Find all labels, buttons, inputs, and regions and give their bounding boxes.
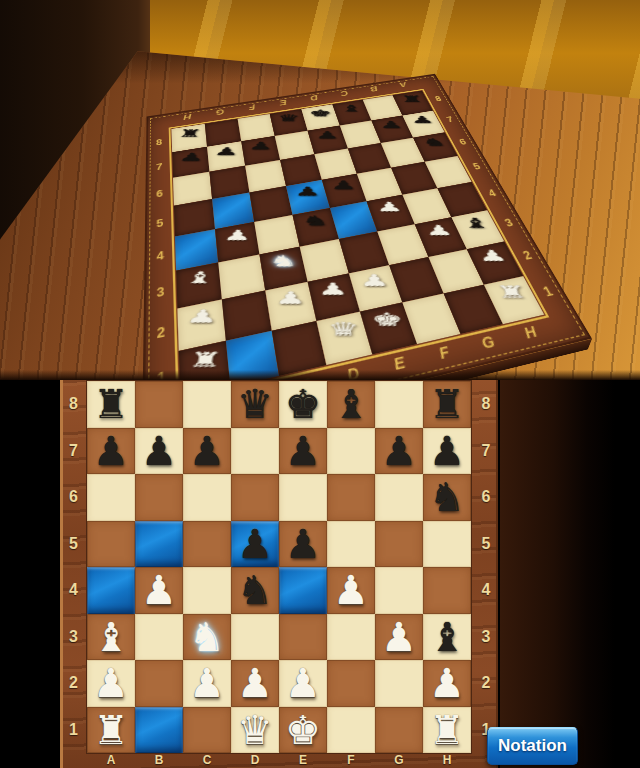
square-f3[interactable] — [327, 614, 375, 661]
square-b1[interactable] — [135, 707, 183, 754]
square-h5[interactable] — [423, 521, 471, 568]
piece-white-rook-a1[interactable]: ♜ — [87, 707, 135, 754]
square-c7[interactable]: ♟ — [183, 428, 231, 475]
square-c8[interactable] — [183, 381, 231, 428]
square-a7[interactable]: ♟ — [87, 428, 135, 475]
square-g3[interactable]: ♟ — [375, 614, 423, 661]
square-f2[interactable] — [327, 660, 375, 707]
square-d7[interactable] — [231, 428, 279, 475]
rank-labels-left: 87654321 — [63, 381, 84, 753]
piece-white-knight-c3: ♞ — [262, 252, 305, 272]
square-b3[interactable] — [135, 614, 183, 661]
square-f5[interactable] — [327, 521, 375, 568]
square-e6[interactable] — [279, 474, 327, 521]
piece-white-king-e1[interactable]: ♚ — [279, 707, 327, 754]
square-c3[interactable]: ♞ — [183, 614, 231, 661]
square-c3: ♞ — [259, 247, 307, 291]
square-a3: ♝ — [176, 262, 222, 308]
file-label-f: F — [327, 753, 375, 767]
piece-black-pawn-g7[interactable]: ♟ — [375, 428, 423, 475]
file-label-h: H — [423, 753, 471, 767]
square-a1[interactable]: ♜ — [87, 707, 135, 754]
piece-black-pawn-e5[interactable]: ♟ — [279, 521, 327, 568]
rank-label-4: 4 — [63, 567, 84, 614]
square-h6[interactable]: ♞ — [423, 474, 471, 521]
piece-white-queen-d1[interactable]: ♛ — [231, 707, 279, 754]
square-c2[interactable]: ♟ — [183, 660, 231, 707]
piece-black-rook-h8[interactable]: ♜ — [423, 381, 471, 428]
piece-white-bishop-a3: ♝ — [176, 268, 222, 288]
piece-white-pawn-f4: ♟ — [370, 199, 410, 215]
square-b4[interactable]: ♟ — [135, 567, 183, 614]
file-label-b: B — [135, 753, 183, 767]
square-g1[interactable] — [375, 707, 423, 754]
square-d2[interactable]: ♟ — [231, 660, 279, 707]
piece-black-knight-h6[interactable]: ♞ — [423, 474, 471, 521]
chess-board-2d[interactable]: ♜♛♚♝♜♟♟♟♟♟♟♞♟♟♟♞♟♝♞♟♝♟♟♟♟♟♜♛♚♜ — [87, 381, 471, 753]
square-h3[interactable]: ♝ — [423, 614, 471, 661]
rank-label-7: 7 — [63, 428, 84, 475]
rank-label-8: 8 — [63, 381, 84, 428]
square-h1[interactable]: ♜ — [423, 707, 471, 754]
square-a4 — [175, 229, 218, 270]
square-e4[interactable] — [279, 567, 327, 614]
square-h4[interactable] — [423, 567, 471, 614]
square-f8[interactable]: ♝ — [327, 381, 375, 428]
rank-label-3d-3: 3 — [145, 271, 176, 315]
square-b6[interactable] — [135, 474, 183, 521]
square-b8[interactable] — [135, 381, 183, 428]
piece-black-pawn-e7[interactable]: ♟ — [279, 428, 327, 475]
square-g7[interactable]: ♟ — [375, 428, 423, 475]
piece-white-pawn-d2[interactable]: ♟ — [231, 660, 279, 707]
square-a2[interactable]: ♟ — [87, 660, 135, 707]
rank-label-6: 6 — [63, 474, 84, 521]
piece-black-pawn-b7[interactable]: ♟ — [135, 428, 183, 475]
piece-white-bishop-a3[interactable]: ♝ — [87, 614, 135, 661]
rank-label-3: 3 — [471, 614, 501, 661]
file-label-c: C — [183, 753, 231, 767]
rank-label-2: 2 — [63, 660, 84, 707]
piece-black-queen-d8[interactable]: ♛ — [231, 381, 279, 428]
square-a6[interactable] — [87, 474, 135, 521]
piece-white-rook-h1[interactable]: ♜ — [423, 707, 471, 754]
square-a3[interactable]: ♝ — [87, 614, 135, 661]
square-e8[interactable]: ♚ — [279, 381, 327, 428]
notation-button[interactable]: Notation — [487, 727, 578, 765]
piece-white-pawn-g3: ♟ — [418, 222, 460, 240]
square-f6[interactable] — [327, 474, 375, 521]
square-a5[interactable] — [87, 521, 135, 568]
table-front-edge-shadow — [0, 370, 640, 380]
file-label-g: G — [375, 753, 423, 767]
square-e1[interactable]: ♚ — [279, 707, 327, 754]
piece-white-pawn-g3[interactable]: ♟ — [375, 614, 423, 661]
square-d3[interactable] — [231, 614, 279, 661]
square-b2[interactable] — [135, 660, 183, 707]
square-f4[interactable]: ♟ — [327, 567, 375, 614]
square-e3[interactable] — [279, 614, 327, 661]
piece-white-pawn-a2[interactable]: ♟ — [87, 660, 135, 707]
file-label-e: E — [279, 753, 327, 767]
rank-label-7: 7 — [471, 428, 501, 475]
piece-white-pawn-f4[interactable]: ♟ — [327, 567, 375, 614]
rank-label-5: 5 — [63, 521, 84, 568]
board-2d-frame: 87654321 87654321 ABCDEFGH ♜♛♚♝♜♟♟♟♟♟♟♞♟… — [60, 380, 498, 768]
square-h8[interactable]: ♜ — [423, 381, 471, 428]
square-g4[interactable] — [375, 567, 423, 614]
square-g8[interactable] — [375, 381, 423, 428]
bottom-screen-2d-board: 87654321 87654321 ABCDEFGH ♜♛♚♝♜♟♟♟♟♟♟♞♟… — [0, 380, 640, 768]
square-b5[interactable] — [135, 521, 183, 568]
board-3d-scene: ABCDEFGH ABCDEFGH 12345678 12345678 ♜♛♚♝… — [70, 0, 590, 380]
piece-white-pawn-e2[interactable]: ♟ — [279, 660, 327, 707]
piece-black-bishop-h3: ♝ — [455, 215, 498, 232]
right-wood-shadow — [500, 380, 640, 768]
rank-label-8: 8 — [471, 381, 501, 428]
piece-black-pawn-c7[interactable]: ♟ — [183, 428, 231, 475]
piece-black-pawn-d5[interactable]: ♟ — [231, 521, 279, 568]
top-screen-3d-view: ABCDEFGH ABCDEFGH 12345678 12345678 ♜♛♚♝… — [0, 0, 640, 380]
piece-black-knight-d4[interactable]: ♞ — [231, 567, 279, 614]
square-c5[interactable] — [183, 521, 231, 568]
piece-black-pawn-a7[interactable]: ♟ — [87, 428, 135, 475]
square-d6[interactable] — [231, 474, 279, 521]
square-e7[interactable]: ♟ — [279, 428, 327, 475]
square-f1[interactable] — [327, 707, 375, 754]
rank-label-3: 3 — [63, 614, 84, 661]
square-h2[interactable]: ♟ — [423, 660, 471, 707]
piece-black-rook-a8[interactable]: ♜ — [87, 381, 135, 428]
square-g6[interactable] — [375, 474, 423, 521]
square-c4[interactable] — [183, 567, 231, 614]
file-labels-bottom: ABCDEFGH — [87, 753, 471, 768]
rank-label-2: 2 — [471, 660, 501, 707]
square-d8[interactable]: ♛ — [231, 381, 279, 428]
piece-white-king-e1: ♚ — [364, 308, 411, 331]
rank-label-1: 1 — [63, 707, 84, 754]
square-d5[interactable]: ♟ — [231, 521, 279, 568]
piece-white-pawn-c2[interactable]: ♟ — [183, 660, 231, 707]
rank-label-4: 4 — [471, 567, 501, 614]
piece-black-bishop-f8[interactable]: ♝ — [327, 381, 375, 428]
square-c6[interactable] — [183, 474, 231, 521]
piece-black-bishop-h3[interactable]: ♝ — [423, 614, 471, 661]
rank-label-6: 6 — [471, 474, 501, 521]
piece-white-pawn-b4[interactable]: ♟ — [135, 567, 183, 614]
square-a4[interactable] — [87, 567, 135, 614]
piece-black-king-e8[interactable]: ♚ — [279, 381, 327, 428]
square-c1[interactable] — [183, 707, 231, 754]
square-e2[interactable]: ♟ — [279, 660, 327, 707]
square-a8[interactable]: ♜ — [87, 381, 135, 428]
square-d4[interactable]: ♞ — [231, 567, 279, 614]
file-label-a: A — [87, 753, 135, 767]
chess-board-3d: ABCDEFGH ABCDEFGH 12345678 12345678 ♜♛♚♝… — [142, 74, 592, 380]
square-g5[interactable] — [375, 521, 423, 568]
rank-labels-right: 87654321 — [471, 381, 501, 753]
square-f7[interactable] — [327, 428, 375, 475]
square-e5[interactable]: ♟ — [279, 521, 327, 568]
square-b7[interactable]: ♟ — [135, 428, 183, 475]
chess-game-screens: ABCDEFGH ABCDEFGH 12345678 12345678 ♜♛♚♝… — [0, 0, 640, 768]
square-g2[interactable] — [375, 660, 423, 707]
piece-white-pawn-h2[interactable]: ♟ — [423, 660, 471, 707]
piece-black-pawn-h7[interactable]: ♟ — [423, 428, 471, 475]
file-label-d: D — [231, 753, 279, 767]
square-d1[interactable]: ♛ — [231, 707, 279, 754]
square-h7[interactable]: ♟ — [423, 428, 471, 475]
rank-label-5: 5 — [471, 521, 501, 568]
piece-white-pawn-c2: ♟ — [268, 287, 313, 309]
piece-white-knight-c3[interactable]: ♞ — [183, 614, 231, 661]
